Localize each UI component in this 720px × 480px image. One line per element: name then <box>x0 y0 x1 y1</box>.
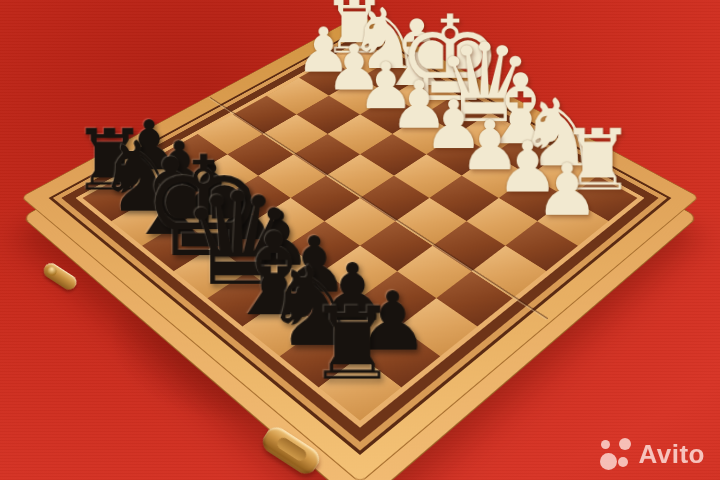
avito-watermark: Avito <box>600 438 705 470</box>
photo-scene: ♜♞♝♚♛♝♞♜♟♟♟♟♟♟♟♟♟♟♟♟♟♟♟♟♜♞♝♚♛♝♞♜ Avito <box>0 0 720 480</box>
square-a2: ♟ <box>537 198 608 246</box>
avito-watermark-text: Avito <box>638 439 705 470</box>
white-pawn-glyph: ♟ <box>464 154 670 226</box>
square-a8: ♜ <box>319 356 402 420</box>
avito-logo-icon <box>600 438 631 470</box>
black-rook-glyph: ♜ <box>233 293 472 394</box>
